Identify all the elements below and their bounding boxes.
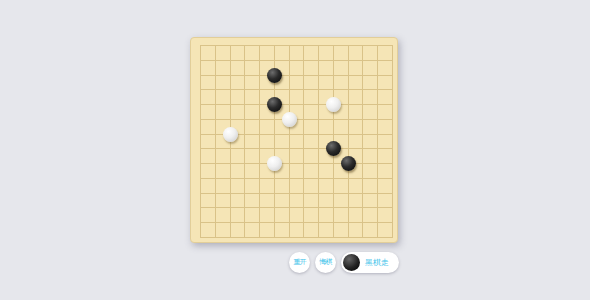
black-stone <box>326 141 341 156</box>
black-stone <box>267 68 282 83</box>
black-stone-icon <box>343 254 360 271</box>
restart-button[interactable]: 重开 <box>289 252 310 273</box>
white-stone <box>223 127 238 142</box>
turn-indicator: 黑棋走 <box>341 252 399 273</box>
game-board[interactable] <box>190 37 398 243</box>
black-stone <box>267 97 282 112</box>
black-stone <box>341 156 356 171</box>
white-stone <box>282 112 297 127</box>
white-stone <box>326 97 341 112</box>
turn-indicator-label: 黑棋走 <box>365 259 389 267</box>
white-stone <box>267 156 282 171</box>
undo-button[interactable]: 悔棋 <box>315 252 336 273</box>
stones-layer[interactable] <box>200 45 393 238</box>
control-bar: 重开 悔棋 黑棋走 <box>289 252 399 273</box>
